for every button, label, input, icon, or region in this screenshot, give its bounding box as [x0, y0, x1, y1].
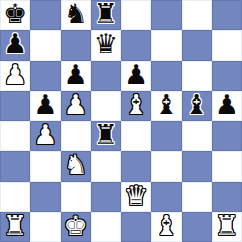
square-e3[interactable] — [121, 151, 151, 181]
piece-black-bishop[interactable]: ♝ — [154, 90, 178, 120]
piece-black-queen[interactable]: ♛ — [94, 29, 118, 59]
square-c6[interactable]: ♟ — [61, 61, 91, 91]
piece-white-bishop[interactable]: ♝ — [154, 211, 178, 241]
square-f3[interactable] — [151, 151, 181, 181]
piece-black-rook[interactable]: ♜ — [94, 120, 118, 150]
square-g5[interactable]: ♝ — [182, 91, 212, 121]
square-g8[interactable] — [182, 0, 212, 30]
piece-white-king[interactable]: ♚ — [64, 211, 88, 241]
piece-white-rook[interactable]: ♜ — [3, 211, 27, 241]
square-c8[interactable]: ♞ — [61, 0, 91, 30]
square-a1[interactable]: ♜ — [0, 212, 30, 242]
square-c1[interactable]: ♚ — [61, 212, 91, 242]
square-a8[interactable]: ♚ — [0, 0, 30, 30]
piece-white-pawn[interactable]: ♟ — [64, 90, 88, 120]
square-d6[interactable] — [91, 61, 121, 91]
piece-black-bishop[interactable]: ♝ — [185, 90, 209, 120]
square-a3[interactable] — [0, 151, 30, 181]
square-f2[interactable] — [151, 182, 181, 212]
square-f7[interactable] — [151, 30, 181, 60]
square-h7[interactable] — [212, 30, 242, 60]
square-b1[interactable] — [30, 212, 60, 242]
square-b8[interactable] — [30, 0, 60, 30]
square-a7[interactable]: ♟ — [0, 30, 30, 60]
square-g7[interactable] — [182, 30, 212, 60]
piece-white-pawn[interactable]: ♟ — [33, 120, 57, 150]
piece-black-pawn[interactable]: ♟ — [124, 60, 148, 90]
square-e8[interactable] — [121, 0, 151, 30]
piece-black-pawn[interactable]: ♟ — [64, 60, 88, 90]
piece-black-pawn[interactable]: ♟ — [3, 29, 27, 59]
square-a6[interactable]: ♟ — [0, 61, 30, 91]
piece-black-king[interactable]: ♚ — [3, 0, 27, 29]
chess-board: ♚♞♜♟♛♟♟♟♟♟♝♝♝♟♟♜♞♛♜♚♝♜ — [0, 0, 242, 242]
piece-black-pawn[interactable]: ♟ — [215, 90, 239, 120]
square-b2[interactable] — [30, 182, 60, 212]
square-f6[interactable] — [151, 61, 181, 91]
piece-black-pawn[interactable]: ♟ — [33, 90, 57, 120]
square-h1[interactable]: ♜ — [212, 212, 242, 242]
piece-black-rook[interactable]: ♜ — [94, 0, 118, 29]
square-h6[interactable] — [212, 61, 242, 91]
square-b4[interactable]: ♟ — [30, 121, 60, 151]
square-f4[interactable] — [151, 121, 181, 151]
square-e1[interactable] — [121, 212, 151, 242]
square-e7[interactable] — [121, 30, 151, 60]
piece-black-knight[interactable]: ♞ — [64, 0, 88, 29]
piece-white-knight[interactable]: ♞ — [64, 150, 88, 180]
square-d2[interactable] — [91, 182, 121, 212]
square-e6[interactable]: ♟ — [121, 61, 151, 91]
square-b3[interactable] — [30, 151, 60, 181]
square-f5[interactable]: ♝ — [151, 91, 181, 121]
square-h2[interactable] — [212, 182, 242, 212]
piece-white-rook[interactable]: ♜ — [215, 211, 239, 241]
square-g1[interactable] — [182, 212, 212, 242]
square-h3[interactable] — [212, 151, 242, 181]
square-d1[interactable] — [91, 212, 121, 242]
piece-white-bishop[interactable]: ♝ — [124, 90, 148, 120]
square-f1[interactable]: ♝ — [151, 212, 181, 242]
square-a5[interactable] — [0, 91, 30, 121]
square-e2[interactable]: ♛ — [121, 182, 151, 212]
square-c7[interactable] — [61, 30, 91, 60]
square-b7[interactable] — [30, 30, 60, 60]
square-d3[interactable] — [91, 151, 121, 181]
piece-white-queen[interactable]: ♛ — [124, 181, 148, 211]
square-d5[interactable] — [91, 91, 121, 121]
square-b6[interactable] — [30, 61, 60, 91]
square-c3[interactable]: ♞ — [61, 151, 91, 181]
square-h4[interactable] — [212, 121, 242, 151]
square-a2[interactable] — [0, 182, 30, 212]
square-h5[interactable]: ♟ — [212, 91, 242, 121]
square-g3[interactable] — [182, 151, 212, 181]
piece-white-pawn[interactable]: ♟ — [3, 60, 27, 90]
square-g4[interactable] — [182, 121, 212, 151]
square-d8[interactable]: ♜ — [91, 0, 121, 30]
square-c4[interactable] — [61, 121, 91, 151]
square-h8[interactable] — [212, 0, 242, 30]
square-b5[interactable]: ♟ — [30, 91, 60, 121]
square-f8[interactable] — [151, 0, 181, 30]
square-c5[interactable]: ♟ — [61, 91, 91, 121]
square-e4[interactable] — [121, 121, 151, 151]
square-d4[interactable]: ♜ — [91, 121, 121, 151]
square-e5[interactable]: ♝ — [121, 91, 151, 121]
square-c2[interactable] — [61, 182, 91, 212]
square-a4[interactable] — [0, 121, 30, 151]
square-d7[interactable]: ♛ — [91, 30, 121, 60]
square-g6[interactable] — [182, 61, 212, 91]
square-g2[interactable] — [182, 182, 212, 212]
